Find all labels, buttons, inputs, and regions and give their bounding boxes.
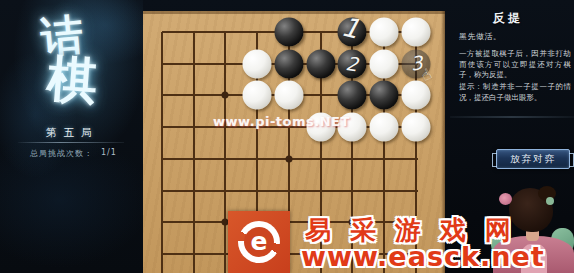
stone-white[interactable] [369,49,398,78]
stone-white[interactable] [401,18,430,47]
stone-white[interactable] [243,49,272,78]
stone-white[interactable] [274,81,303,110]
stone-white[interactable] [401,113,430,142]
stone-white[interactable] [243,81,272,110]
watermark-site-url: www.easck.net [301,241,545,272]
give-up-button[interactable]: 放弃对弈 [496,149,570,169]
stone-black[interactable] [274,49,303,78]
panel-divider [450,116,574,118]
logo-letter: e [251,229,268,254]
puzzle-hint-text: 提示：制造并非一子提一子的情况，提还白子做出眼形。 [459,82,571,103]
sidebar: 诘 棋 第五局 总局挑战次数： 1/1 [0,0,143,273]
puzzle-title-char-2: 棋 [45,53,98,106]
puzzle-rule-text: 一方被提取棋子后，因并非打劫而使该方可以立即提还对方棋子，称为反提。 [459,49,571,81]
stone-black[interactable] [338,81,367,110]
character-hair-flower [499,193,512,205]
star-point [222,92,229,99]
watermark-center: www.pi-toms.NET [213,114,350,129]
grid-line-vertical [224,32,226,273]
puzzle-rule-title: 反提 [448,10,568,27]
grid-line-horizontal [162,190,418,192]
board-top-edge [143,11,445,14]
challenge-label: 总局挑战次数： [30,148,93,159]
game-screen: 诘 棋 第五局 总局挑战次数： 1/1 123☝ 反提 黑先做活。 一方被提取棋… [0,0,574,273]
character-hair-pin [546,197,554,205]
challenge-counter: 总局挑战次数： 1/1 [30,148,130,159]
puzzle-objective: 黑先做活。 [459,31,571,42]
grid-line-vertical [193,32,195,273]
stone-black[interactable] [306,49,335,78]
stone-white[interactable] [369,18,398,47]
sidebar-divider [18,142,124,143]
stone-white[interactable] [369,113,398,142]
stone-black[interactable] [274,18,303,47]
star-point [285,155,292,162]
round-label: 第五局 [46,126,99,140]
stone-black[interactable] [369,81,398,110]
grid-line-vertical [161,32,163,273]
challenge-value: 1/1 [101,148,117,159]
easck-logo: e [228,211,290,273]
